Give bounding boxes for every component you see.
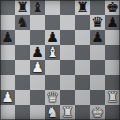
white-rook-piece: ♜ [106,90,119,105]
square-d6[interactable]: ♟ [45,30,60,45]
white-knight-piece: ♞ [46,105,59,120]
square-e4[interactable] [60,60,75,75]
square-g3[interactable] [90,75,105,90]
white-pawn-piece: ♟ [31,60,44,75]
square-b2[interactable] [15,90,30,105]
black-pawn-piece: ♟ [106,15,119,30]
square-a6[interactable]: ♟ [0,30,15,45]
square-f7[interactable] [75,15,90,30]
black-bishop-piece: ♝ [31,0,44,15]
chess-board-frame: ♜♝♜♚♞♛♟♟♟♟♟♝♟♟♛♜♞♜♚ [0,0,120,120]
square-b5[interactable] [15,45,30,60]
square-g2[interactable] [90,90,105,105]
white-rook-piece: ♜ [61,105,74,120]
black-pawn-piece: ♟ [31,45,44,60]
square-f5[interactable] [75,45,90,60]
black-knight-piece: ♞ [16,15,29,30]
square-c2[interactable] [30,90,45,105]
square-d5[interactable]: ♝ [45,45,60,60]
square-c3[interactable] [30,75,45,90]
square-f2[interactable] [75,90,90,105]
square-a5[interactable] [0,45,15,60]
square-b1[interactable] [15,105,30,120]
square-h5[interactable] [105,45,120,60]
square-a4[interactable] [0,60,15,75]
black-pawn-piece: ♟ [1,30,14,45]
white-queen-piece: ♛ [46,90,59,105]
square-c7[interactable] [30,15,45,30]
square-h1[interactable] [105,105,120,120]
square-e8[interactable] [60,0,75,15]
square-c5[interactable]: ♟ [30,45,45,60]
square-g6[interactable]: ♟ [90,30,105,45]
square-a8[interactable] [0,0,15,15]
black-queen-piece: ♛ [91,15,104,30]
square-h6[interactable] [105,30,120,45]
black-king-piece: ♚ [106,0,119,15]
chess-board: ♜♝♜♚♞♛♟♟♟♟♟♝♟♟♛♜♞♜♚ [0,0,120,120]
square-a2[interactable]: ♟ [0,90,15,105]
square-e1[interactable]: ♜ [60,105,75,120]
square-e3[interactable] [60,75,75,90]
square-f3[interactable] [75,75,90,90]
black-rook-piece: ♜ [76,0,89,15]
square-d1[interactable]: ♞ [45,105,60,120]
square-c6[interactable] [30,30,45,45]
square-g1[interactable]: ♚ [90,105,105,120]
square-h3[interactable] [105,75,120,90]
square-e5[interactable] [60,45,75,60]
square-d7[interactable] [45,15,60,30]
square-c4[interactable]: ♟ [30,60,45,75]
square-h4[interactable] [105,60,120,75]
square-d2[interactable]: ♛ [45,90,60,105]
square-b6[interactable] [15,30,30,45]
black-pawn-piece: ♟ [91,30,104,45]
square-f8[interactable]: ♜ [75,0,90,15]
white-pawn-piece: ♟ [1,90,14,105]
square-d4[interactable] [45,60,60,75]
square-a3[interactable] [0,75,15,90]
square-b3[interactable] [15,75,30,90]
square-f1[interactable] [75,105,90,120]
square-d8[interactable] [45,0,60,15]
square-g7[interactable]: ♛ [90,15,105,30]
square-c1[interactable] [30,105,45,120]
square-b4[interactable] [15,60,30,75]
white-king-piece: ♚ [91,105,104,120]
square-b7[interactable]: ♞ [15,15,30,30]
black-rook-piece: ♜ [16,0,29,15]
square-g4[interactable] [90,60,105,75]
square-g8[interactable] [90,0,105,15]
square-d3[interactable] [45,75,60,90]
black-pawn-piece: ♟ [46,30,59,45]
square-a1[interactable] [0,105,15,120]
square-h8[interactable]: ♚ [105,0,120,15]
square-g5[interactable] [90,45,105,60]
white-bishop-piece: ♝ [46,45,59,60]
square-f4[interactable] [75,60,90,75]
square-e2[interactable] [60,90,75,105]
square-h7[interactable]: ♟ [105,15,120,30]
square-e6[interactable] [60,30,75,45]
square-b8[interactable]: ♜ [15,0,30,15]
square-a7[interactable] [0,15,15,30]
square-c8[interactable]: ♝ [30,0,45,15]
square-h2[interactable]: ♜ [105,90,120,105]
square-e7[interactable] [60,15,75,30]
square-f6[interactable] [75,30,90,45]
